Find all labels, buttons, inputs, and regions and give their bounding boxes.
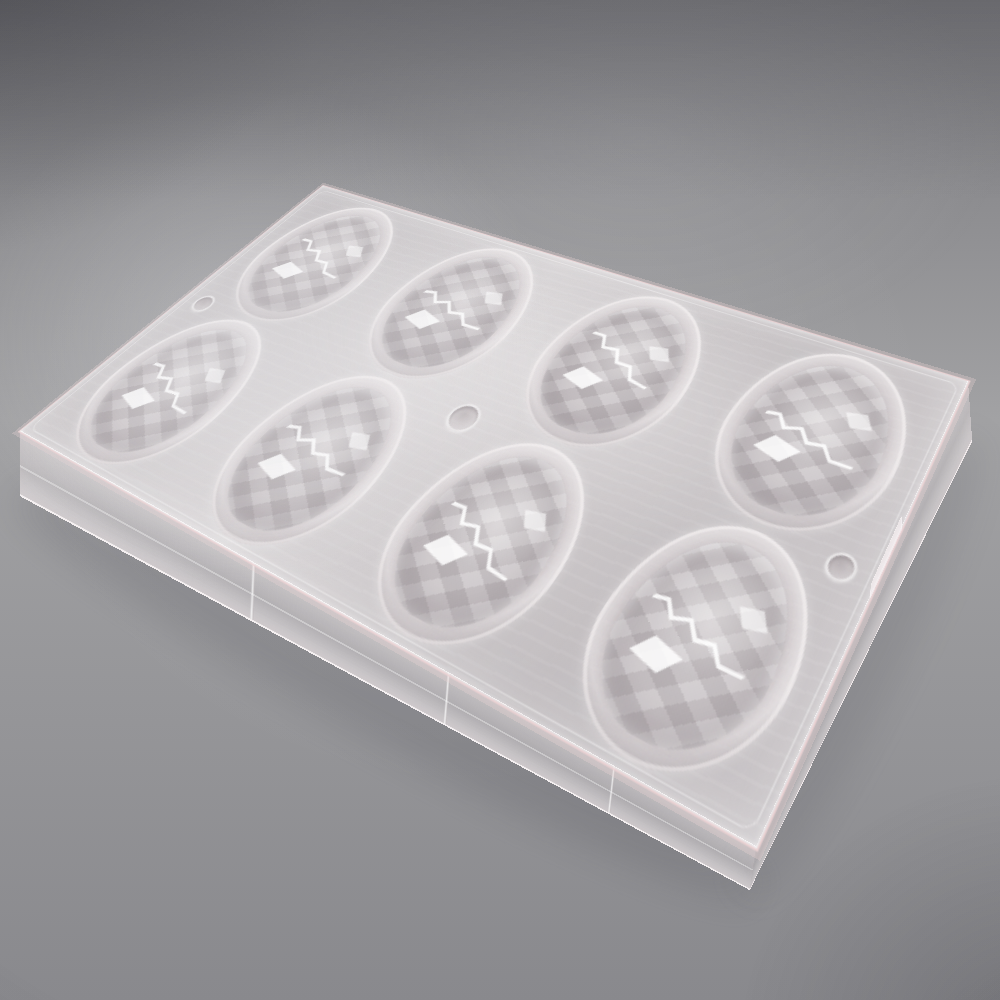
specular-facet xyxy=(846,412,872,431)
specular-facet xyxy=(739,607,767,634)
specular-facet xyxy=(404,309,439,329)
faceted-egg-dome xyxy=(361,437,602,653)
specular-facet xyxy=(484,292,502,305)
specular-facet xyxy=(204,368,225,383)
specular-facet xyxy=(348,432,370,450)
specular-facet xyxy=(649,347,669,363)
faceted-egg-dome xyxy=(512,293,715,452)
specular-facet xyxy=(422,535,467,566)
specular-highlight xyxy=(419,284,486,336)
specular-highlight xyxy=(148,356,195,420)
faceted-egg-dome xyxy=(703,349,916,538)
specular-facet xyxy=(272,262,303,279)
specular-highlight xyxy=(282,416,354,483)
specular-facet xyxy=(345,246,363,257)
specular-facet xyxy=(523,510,546,532)
specular-highlight xyxy=(446,493,517,588)
wall-partition xyxy=(607,766,615,813)
faceted-egg-dome xyxy=(566,518,823,783)
specular-facet xyxy=(257,454,295,480)
specular-facet xyxy=(562,366,603,389)
specular-facet xyxy=(628,635,682,673)
specular-facet xyxy=(753,435,800,462)
specular-highlight xyxy=(297,233,343,283)
faceted-egg-dome xyxy=(355,245,547,382)
wall-partition xyxy=(249,562,255,620)
specular-facet xyxy=(121,387,154,409)
product-photo xyxy=(0,0,1000,1000)
wall-partition xyxy=(443,672,450,724)
specular-highlight xyxy=(587,325,654,394)
specular-highlight xyxy=(647,582,754,689)
